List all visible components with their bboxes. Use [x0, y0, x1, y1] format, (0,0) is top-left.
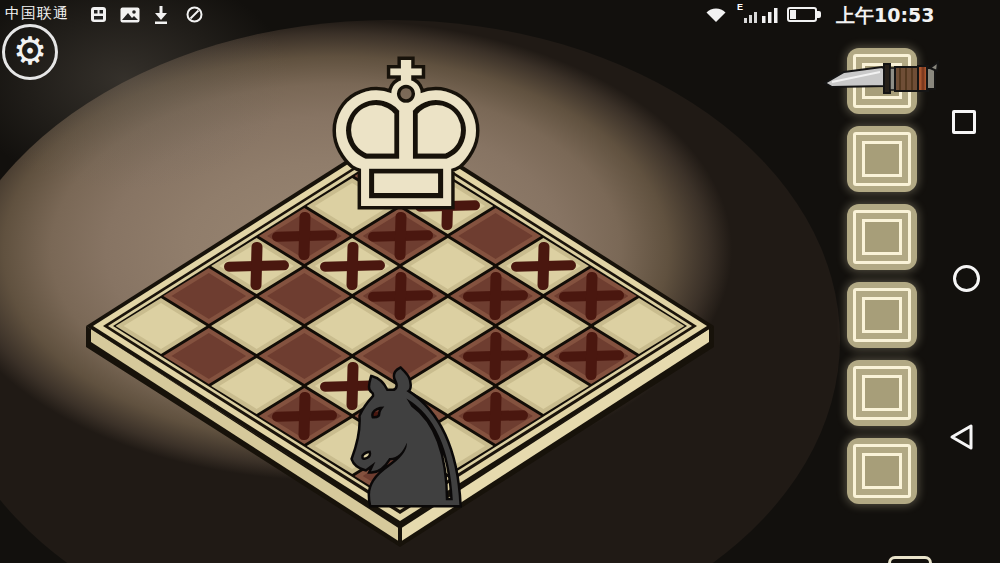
status-bar: 中国联通 E	[0, 0, 1000, 28]
signal-bars-icon	[762, 6, 778, 23]
app-notification-icon	[90, 6, 107, 23]
battery-low-icon	[787, 7, 817, 22]
home-button[interactable]	[953, 265, 980, 292]
back-button[interactable]	[947, 423, 977, 451]
circle-slash-icon	[186, 6, 203, 23]
inventory-slot-partial	[888, 556, 932, 563]
network-type-label: E	[737, 2, 743, 12]
download-icon	[153, 5, 169, 24]
inventory-slot-6[interactable]	[847, 438, 917, 504]
gallery-icon	[120, 7, 140, 23]
knife-item[interactable]	[822, 56, 940, 102]
chessboard[interactable]: ♚♞	[80, 120, 740, 563]
inventory-slot-3[interactable]	[847, 204, 917, 270]
screen: ♚♞ ⚙ 中国联通 E	[0, 0, 1000, 563]
carrier-label: 中国联通	[5, 4, 69, 23]
inventory-slot-2[interactable]	[847, 126, 917, 192]
black-knight-piece[interactable]: ♞	[323, 348, 490, 534]
white-king-piece[interactable]: ♚	[316, 37, 495, 237]
recents-button[interactable]	[952, 110, 976, 134]
signal-bars-small	[744, 9, 758, 23]
settings-button[interactable]: ⚙	[2, 24, 58, 80]
inventory-slot-5[interactable]	[847, 360, 917, 426]
gear-icon: ⚙	[13, 32, 47, 70]
wifi-icon	[704, 5, 728, 23]
inventory-slot-4[interactable]	[847, 282, 917, 348]
clock-label: 上午10:53	[836, 3, 934, 29]
